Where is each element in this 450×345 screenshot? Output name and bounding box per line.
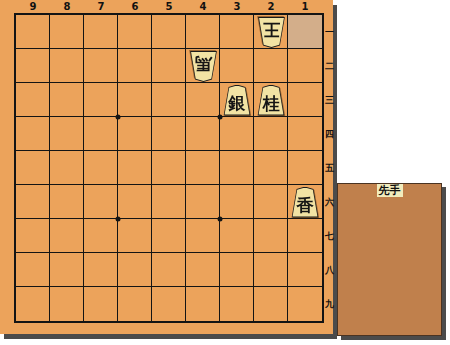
board-cell[interactable]: [254, 185, 288, 219]
sente-hand-label-wrap: 先手: [338, 184, 441, 197]
sente-hand-panel: 先手: [337, 183, 442, 336]
board-cell[interactable]: [254, 49, 288, 83]
rank-label: 七: [325, 219, 334, 253]
board-cell[interactable]: [118, 83, 152, 117]
board-cell[interactable]: [152, 253, 186, 287]
board-cell[interactable]: [186, 117, 220, 151]
file-label: 1: [288, 0, 322, 13]
board-cell[interactable]: [152, 151, 186, 185]
piece-kanji: 馬: [189, 54, 218, 74]
board-cell[interactable]: [254, 151, 288, 185]
shogi-board: 987654321 王馬銀桂香 一二三四五六七八九: [0, 0, 333, 334]
piece-kanji: 桂: [257, 93, 286, 113]
board-cell[interactable]: [16, 15, 50, 49]
rank-label: 一: [325, 15, 334, 49]
board-cell[interactable]: [220, 253, 254, 287]
board-cell[interactable]: [288, 117, 322, 151]
board-cell[interactable]: [220, 117, 254, 151]
board-grid-area: 王馬銀桂香: [14, 13, 324, 323]
board-cell[interactable]: [186, 151, 220, 185]
board-cell[interactable]: [254, 117, 288, 151]
board-cell[interactable]: [118, 117, 152, 151]
rank-label: 六: [325, 185, 334, 219]
piece-kanji: 王: [257, 20, 286, 40]
star-point-icon: [116, 115, 121, 120]
board-cell[interactable]: [16, 185, 50, 219]
board-cell[interactable]: [254, 253, 288, 287]
board-cell[interactable]: [50, 219, 84, 253]
board-grid: [14, 13, 324, 323]
board-cell[interactable]: [220, 185, 254, 219]
board-cell[interactable]: [152, 185, 186, 219]
rank-labels: 一二三四五六七八九: [325, 15, 334, 321]
board-cell[interactable]: [288, 151, 322, 185]
board-cell[interactable]: [84, 287, 118, 321]
board-cell[interactable]: [50, 185, 84, 219]
board-cell[interactable]: [186, 83, 220, 117]
board-cell[interactable]: [220, 287, 254, 321]
rank-label: 三: [325, 83, 334, 117]
star-point-icon: [116, 217, 121, 222]
file-label: 8: [50, 0, 84, 13]
board-cell[interactable]: [254, 287, 288, 321]
board-cell[interactable]: [118, 185, 152, 219]
file-label: 4: [186, 0, 220, 13]
board-cell[interactable]: [16, 83, 50, 117]
star-point-icon: [218, 217, 223, 222]
board-cell[interactable]: [16, 151, 50, 185]
piece-king[interactable]: 王: [257, 17, 286, 48]
board-cell[interactable]: [50, 15, 84, 49]
board-cell[interactable]: [186, 15, 220, 49]
board-cell[interactable]: [118, 287, 152, 321]
board-cell[interactable]: [220, 49, 254, 83]
rank-label: 二: [325, 49, 334, 83]
board-cell[interactable]: [220, 15, 254, 49]
file-label: 9: [16, 0, 50, 13]
board-cell[interactable]: [288, 287, 322, 321]
board-cell[interactable]: [50, 151, 84, 185]
file-label: 6: [118, 0, 152, 13]
sente-hand-label: 先手: [377, 184, 403, 197]
board-cell[interactable]: [16, 253, 50, 287]
board-cell[interactable]: [118, 151, 152, 185]
board-cell[interactable]: [84, 49, 118, 83]
board-cell[interactable]: [288, 253, 322, 287]
rank-label: 五: [325, 151, 334, 185]
piece-promoted-bishop[interactable]: 馬: [189, 51, 218, 82]
board-cell[interactable]: [254, 219, 288, 253]
board-cell[interactable]: [16, 117, 50, 151]
file-label: 5: [152, 0, 186, 13]
board-cell[interactable]: [50, 287, 84, 321]
board-cell[interactable]: [50, 83, 84, 117]
shogi-app: 987654321 王馬銀桂香 一二三四五六七八九 先手: [0, 0, 450, 345]
piece-silver[interactable]: 銀: [223, 85, 252, 116]
board-cell[interactable]: [16, 219, 50, 253]
board-cell[interactable]: [50, 253, 84, 287]
board-cell[interactable]: [152, 117, 186, 151]
board-cell[interactable]: [50, 49, 84, 83]
board-cell[interactable]: [152, 287, 186, 321]
board-cell[interactable]: [84, 253, 118, 287]
board-cell[interactable]: [84, 117, 118, 151]
board-cell[interactable]: [16, 49, 50, 83]
board-cell[interactable]: [288, 49, 322, 83]
sente-hand-pieces-tray[interactable]: [338, 200, 441, 335]
board-cell[interactable]: [186, 185, 220, 219]
file-label: 7: [84, 0, 118, 13]
piece-knight[interactable]: 桂: [257, 85, 286, 116]
board-cell[interactable]: [84, 15, 118, 49]
file-labels: 987654321: [16, 0, 322, 13]
board-cell[interactable]: [16, 287, 50, 321]
board-cell[interactable]: [84, 219, 118, 253]
board-cell[interactable]: [84, 185, 118, 219]
board-cell[interactable]: [220, 219, 254, 253]
file-label: 2: [254, 0, 288, 13]
board-cell[interactable]: [152, 83, 186, 117]
piece-lance[interactable]: 香: [291, 187, 320, 218]
rank-label: 八: [325, 253, 334, 287]
rank-label: 四: [325, 117, 334, 151]
board-cell[interactable]: [84, 151, 118, 185]
board-cell[interactable]: [152, 15, 186, 49]
board-cell[interactable]: [152, 219, 186, 253]
board-cell[interactable]: [118, 15, 152, 49]
highlighted-square[interactable]: [288, 15, 322, 49]
board-cell[interactable]: [186, 253, 220, 287]
board-cell[interactable]: [50, 117, 84, 151]
piece-kanji: 香: [291, 195, 320, 215]
board-cell[interactable]: [118, 253, 152, 287]
rank-label: 九: [325, 287, 334, 321]
piece-kanji: 銀: [223, 93, 252, 113]
board-cell[interactable]: [118, 49, 152, 83]
board-cell[interactable]: [220, 151, 254, 185]
board-cell[interactable]: [118, 219, 152, 253]
file-label: 3: [220, 0, 254, 13]
board-cell[interactable]: [84, 83, 118, 117]
board-cell[interactable]: [288, 83, 322, 117]
board-cell[interactable]: [152, 49, 186, 83]
board-cell[interactable]: [288, 219, 322, 253]
board-cell[interactable]: [186, 287, 220, 321]
board-cell[interactable]: [186, 219, 220, 253]
